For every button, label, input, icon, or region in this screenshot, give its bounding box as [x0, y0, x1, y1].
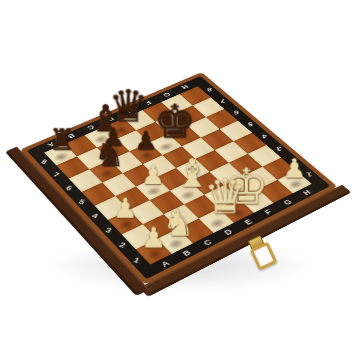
white-pawn-icon: ♟	[141, 162, 165, 189]
black-knight-icon: ♞	[94, 137, 118, 171]
product-photo: ABCDEFGH ABCDEFGH 12345678 12345678 ♜♝♛♟…	[0, 0, 360, 360]
chessboard-scene: ABCDEFGH ABCDEFGH 12345678 12345678 ♜♝♛♟…	[0, 0, 360, 360]
chessboard: ABCDEFGH ABCDEFGH 12345678 12345678 ♜♝♛♟…	[20, 72, 338, 284]
white-pawn-icon: ♟	[141, 224, 167, 252]
white-pawn-icon: ♟	[282, 156, 306, 182]
white-pawn-icon: ♟	[113, 195, 138, 222]
white-queen-icon: ♛	[204, 172, 229, 220]
white-bishop-icon: ♝	[175, 154, 200, 193]
